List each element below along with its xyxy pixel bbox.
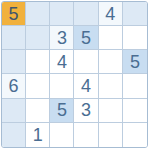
cell-r5c0[interactable] [2,123,26,147]
cell-r2c2[interactable]: 4 [50,50,74,74]
cell-r0c4[interactable]: 4 [99,2,123,26]
cell-r2c0[interactable] [2,50,26,74]
cell-r0c1[interactable] [26,2,50,26]
cell-r1c2[interactable]: 3 [50,26,74,50]
cell-r5c1[interactable]: 1 [26,123,50,147]
cell-r3c3[interactable]: 4 [74,74,98,98]
cell-r1c1[interactable] [26,26,50,50]
cell-r1c4[interactable] [99,26,123,50]
cell-r3c2[interactable] [50,74,74,98]
cell-r4c0[interactable] [2,99,26,123]
cell-r1c3[interactable]: 5 [74,26,98,50]
cell-r5c5[interactable] [123,123,147,147]
cell-r1c5[interactable] [123,26,147,50]
cell-r5c4[interactable] [99,123,123,147]
cell-r4c4[interactable] [99,99,123,123]
cell-r2c1[interactable] [26,50,50,74]
cell-r0c3[interactable] [74,2,98,26]
cell-r4c1[interactable] [26,99,50,123]
cell-r0c2[interactable] [50,2,74,26]
cell-r1c0[interactable] [2,26,26,50]
cell-r0c5[interactable] [123,2,147,26]
cell-r4c3[interactable]: 3 [74,99,98,123]
sudoku-app: 54354564531 [0,0,150,150]
cell-r2c3[interactable] [74,50,98,74]
cell-r5c2[interactable] [50,123,74,147]
cell-r3c0[interactable]: 6 [2,74,26,98]
cell-r4c5[interactable] [123,99,147,123]
cell-r3c1[interactable] [26,74,50,98]
cell-r4c2[interactable]: 5 [50,99,74,123]
cell-r2c5[interactable]: 5 [123,50,147,74]
cell-r0c0[interactable]: 5 [2,2,26,26]
cell-r3c5[interactable] [123,74,147,98]
sudoku-board: 54354564531 [1,1,148,148]
cell-r2c4[interactable] [99,50,123,74]
cell-r3c4[interactable] [99,74,123,98]
cell-r5c3[interactable] [74,123,98,147]
